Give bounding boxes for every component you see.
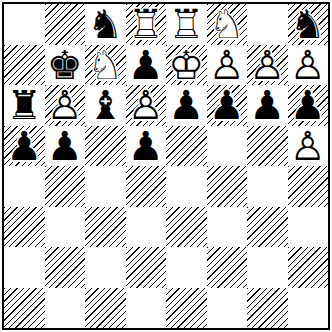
board-frame: ♞♞♜♖♜♖♞♘♞♞♚♚♞♘♟♟♚♔♟♙♟♙♟♙♜♜♟♙♝♝♟♙♟♟♟♟♟♟♟♟… — [2, 2, 330, 330]
piece-glyph: ♖ — [126, 4, 167, 45]
square-e5[interactable] — [166, 126, 207, 167]
square-e3[interactable] — [166, 207, 207, 248]
square-h1[interactable] — [288, 288, 329, 329]
piece-glyph: ♞ — [288, 4, 329, 45]
square-f2[interactable] — [207, 247, 248, 288]
piece-glyph: ♔ — [166, 45, 207, 86]
piece-glyph: ♙ — [288, 126, 329, 167]
square-h8[interactable]: ♞♞ — [288, 4, 329, 45]
square-d6[interactable]: ♟♙ — [126, 85, 167, 126]
square-d3[interactable] — [126, 207, 167, 248]
square-b1[interactable] — [45, 288, 86, 329]
piece-glyph: ♟ — [288, 85, 329, 126]
piece-black-pawn: ♟♟ — [126, 45, 167, 86]
piece-glyph: ♟ — [4, 126, 45, 167]
square-h4[interactable] — [288, 166, 329, 207]
square-f1[interactable] — [207, 288, 248, 329]
square-h5[interactable]: ♟♙ — [288, 126, 329, 167]
piece-glyph: ♚ — [45, 45, 86, 86]
piece-glyph: ♝ — [85, 85, 126, 126]
square-b4[interactable] — [45, 166, 86, 207]
piece-white-king: ♚♔ — [166, 45, 207, 86]
square-e1[interactable] — [166, 288, 207, 329]
piece-black-rook: ♜♜ — [4, 85, 45, 126]
square-f6[interactable]: ♟♟ — [207, 85, 248, 126]
piece-black-pawn: ♟♟ — [288, 85, 329, 126]
square-h7[interactable]: ♟♙ — [288, 45, 329, 86]
square-f5[interactable] — [207, 126, 248, 167]
piece-glyph: ♖ — [166, 4, 207, 45]
piece-white-knight: ♞♘ — [207, 4, 248, 45]
piece-white-pawn: ♟♙ — [247, 45, 288, 86]
piece-white-pawn: ♟♙ — [45, 85, 86, 126]
square-b2[interactable] — [45, 247, 86, 288]
square-b8[interactable] — [45, 4, 86, 45]
square-d7[interactable]: ♟♟ — [126, 45, 167, 86]
piece-black-bishop: ♝♝ — [85, 85, 126, 126]
piece-black-pawn: ♟♟ — [4, 126, 45, 167]
piece-glyph: ♙ — [126, 85, 167, 126]
piece-black-pawn: ♟♟ — [45, 126, 86, 167]
piece-black-pawn: ♟♟ — [166, 85, 207, 126]
square-e4[interactable] — [166, 166, 207, 207]
square-c3[interactable] — [85, 207, 126, 248]
square-g3[interactable] — [247, 207, 288, 248]
piece-glyph: ♙ — [288, 45, 329, 86]
piece-black-knight: ♞♞ — [85, 4, 126, 45]
square-f8[interactable]: ♞♘ — [207, 4, 248, 45]
square-c1[interactable] — [85, 288, 126, 329]
square-d2[interactable] — [126, 247, 167, 288]
piece-glyph: ♟ — [247, 85, 288, 126]
square-g6[interactable]: ♟♟ — [247, 85, 288, 126]
square-a2[interactable] — [4, 247, 45, 288]
chess-board: ♞♞♜♖♜♖♞♘♞♞♚♚♞♘♟♟♚♔♟♙♟♙♟♙♜♜♟♙♝♝♟♙♟♟♟♟♟♟♟♟… — [4, 4, 328, 328]
square-c7[interactable]: ♞♘ — [85, 45, 126, 86]
square-b6[interactable]: ♟♙ — [45, 85, 86, 126]
square-a4[interactable] — [4, 166, 45, 207]
square-c6[interactable]: ♝♝ — [85, 85, 126, 126]
square-h2[interactable] — [288, 247, 329, 288]
square-f4[interactable] — [207, 166, 248, 207]
piece-black-pawn: ♟♟ — [247, 85, 288, 126]
piece-glyph: ♟ — [126, 126, 167, 167]
square-a6[interactable]: ♜♜ — [4, 85, 45, 126]
square-h3[interactable] — [288, 207, 329, 248]
piece-glyph: ♙ — [45, 85, 86, 126]
piece-black-pawn: ♟♟ — [207, 85, 248, 126]
piece-glyph: ♞ — [85, 4, 126, 45]
piece-black-king: ♚♚ — [45, 45, 86, 86]
piece-glyph: ♟ — [166, 85, 207, 126]
square-a7[interactable] — [4, 45, 45, 86]
square-a8[interactable] — [4, 4, 45, 45]
piece-white-pawn: ♟♙ — [288, 45, 329, 86]
square-a1[interactable] — [4, 288, 45, 329]
piece-white-knight: ♞♘ — [85, 45, 126, 86]
square-e7[interactable]: ♚♔ — [166, 45, 207, 86]
square-f7[interactable]: ♟♙ — [207, 45, 248, 86]
piece-white-rook: ♜♖ — [126, 4, 167, 45]
piece-glyph: ♙ — [207, 45, 248, 86]
square-d4[interactable] — [126, 166, 167, 207]
piece-glyph: ♘ — [207, 4, 248, 45]
square-c4[interactable] — [85, 166, 126, 207]
square-g1[interactable] — [247, 288, 288, 329]
square-b7[interactable]: ♚♚ — [45, 45, 86, 86]
square-e2[interactable] — [166, 247, 207, 288]
square-g2[interactable] — [247, 247, 288, 288]
square-f3[interactable] — [207, 207, 248, 248]
square-e6[interactable]: ♟♟ — [166, 85, 207, 126]
square-c2[interactable] — [85, 247, 126, 288]
piece-glyph: ♘ — [85, 45, 126, 86]
piece-black-knight: ♞♞ — [288, 4, 329, 45]
piece-glyph: ♜ — [4, 85, 45, 126]
piece-black-pawn: ♟♟ — [126, 126, 167, 167]
chess-diagram-page: ♞♞♜♖♜♖♞♘♞♞♚♚♞♘♟♟♚♔♟♙♟♙♟♙♜♜♟♙♝♝♟♙♟♟♟♟♟♟♟♟… — [0, 0, 332, 332]
square-g5[interactable] — [247, 126, 288, 167]
square-a3[interactable] — [4, 207, 45, 248]
square-d5[interactable]: ♟♟ — [126, 126, 167, 167]
square-b5[interactable]: ♟♟ — [45, 126, 86, 167]
square-d1[interactable] — [126, 288, 167, 329]
piece-white-pawn: ♟♙ — [207, 45, 248, 86]
piece-glyph: ♟ — [207, 85, 248, 126]
piece-glyph: ♟ — [126, 45, 167, 86]
square-e8[interactable]: ♜♖ — [166, 4, 207, 45]
square-a5[interactable]: ♟♟ — [4, 126, 45, 167]
piece-white-pawn: ♟♙ — [126, 85, 167, 126]
piece-glyph: ♟ — [45, 126, 86, 167]
square-g4[interactable] — [247, 166, 288, 207]
square-c8[interactable]: ♞♞ — [85, 4, 126, 45]
square-c5[interactable] — [85, 126, 126, 167]
square-h6[interactable]: ♟♟ — [288, 85, 329, 126]
piece-white-pawn: ♟♙ — [288, 126, 329, 167]
square-g8[interactable] — [247, 4, 288, 45]
piece-glyph: ♙ — [247, 45, 288, 86]
square-d8[interactable]: ♜♖ — [126, 4, 167, 45]
piece-white-rook: ♜♖ — [166, 4, 207, 45]
square-g7[interactable]: ♟♙ — [247, 45, 288, 86]
square-b3[interactable] — [45, 207, 86, 248]
